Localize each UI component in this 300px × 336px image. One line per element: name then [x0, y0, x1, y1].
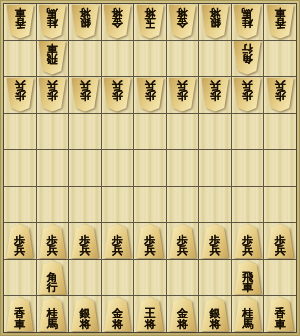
board-cell-5a[interactable]: 玉 将 — [134, 4, 166, 40]
board-cell-9b[interactable] — [4, 41, 36, 77]
board-cell-1b[interactable] — [264, 41, 296, 77]
board-cell-2g[interactable]: 歩 兵 — [232, 223, 264, 259]
board-frame: 香 車桂 馬銀 将金 将玉 将金 将銀 将桂 馬香 車飛 車角 行歩 兵歩 兵歩… — [0, 0, 300, 336]
board-cell-8i[interactable]: 桂 馬 — [37, 296, 69, 332]
piece-kanji-label: 銀 将 — [79, 5, 90, 27]
shogi-piece-P-5g[interactable]: 歩 兵 — [136, 224, 164, 258]
piece-kanji-label: 歩 兵 — [275, 236, 286, 258]
koma-shape: 銀 将 — [71, 5, 99, 39]
board-cell-2c[interactable]: 歩 兵 — [232, 77, 264, 113]
koma-shape: 桂 馬 — [38, 297, 66, 331]
shogi-piece-P-3g[interactable]: 歩 兵 — [201, 224, 229, 258]
piece-kanji-label: 銀 将 — [210, 5, 221, 27]
board-cell-1i[interactable]: 香 車 — [264, 296, 296, 332]
piece-kanji-label: 角 行 — [47, 273, 58, 295]
board-cell-4f[interactable] — [167, 187, 199, 223]
piece-kanji-label: 金 将 — [112, 309, 123, 331]
board-cell-4d[interactable] — [167, 114, 199, 150]
board-cell-2h[interactable]: 飛 車 — [232, 260, 264, 296]
board-cell-6c[interactable]: 歩 兵 — [102, 77, 134, 113]
piece-kanji-label: 王 将 — [144, 309, 155, 331]
shogi-piece-p-5c[interactable]: 歩 兵 — [136, 78, 164, 112]
koma-shape: 歩 兵 — [103, 78, 131, 112]
shogi-piece-S-7i[interactable]: 銀 将 — [71, 297, 99, 331]
koma-shape: 歩 兵 — [233, 224, 261, 258]
shogi-piece-l-1a[interactable]: 香 車 — [266, 5, 294, 39]
koma-shape: 歩 兵 — [168, 224, 196, 258]
koma-shape: 香 車 — [6, 297, 34, 331]
board-cell-7e[interactable] — [69, 150, 101, 186]
board-cell-3c[interactable]: 歩 兵 — [199, 77, 231, 113]
board-cell-1a[interactable]: 香 車 — [264, 4, 296, 40]
piece-kanji-label: 角 行 — [242, 41, 253, 63]
shogi-piece-g-6a[interactable]: 金 将 — [103, 5, 131, 39]
board-cell-7h[interactable] — [69, 260, 101, 296]
koma-shape: 桂 馬 — [233, 5, 261, 39]
shogi-piece-n-8a[interactable]: 桂 馬 — [38, 5, 66, 39]
shogi-piece-p-2c[interactable]: 歩 兵 — [233, 78, 261, 112]
board-cell-4a[interactable]: 金 将 — [167, 4, 199, 40]
shogi-piece-B-8h[interactable]: 角 行 — [38, 261, 66, 295]
shogi-piece-K-5i[interactable]: 王 将 — [136, 297, 164, 331]
piece-kanji-label: 歩 兵 — [112, 236, 123, 258]
board-cell-8a[interactable]: 桂 馬 — [37, 4, 69, 40]
koma-shape: 銀 将 — [201, 5, 229, 39]
board-cell-5f[interactable] — [134, 187, 166, 223]
koma-shape: 金 将 — [103, 5, 131, 39]
board-cell-5b[interactable] — [134, 41, 166, 77]
koma-shape: 歩 兵 — [103, 224, 131, 258]
shogi-piece-S-3i[interactable]: 銀 将 — [201, 297, 229, 331]
piece-kanji-label: 歩 兵 — [112, 78, 123, 100]
koma-shape: 金 将 — [103, 297, 131, 331]
board-cell-8g[interactable]: 歩 兵 — [37, 223, 69, 259]
board-cell-3f[interactable] — [199, 187, 231, 223]
piece-kanji-label: 香 車 — [275, 5, 286, 27]
board-cell-8e[interactable] — [37, 150, 69, 186]
koma-shape: 飛 車 — [233, 261, 261, 295]
board-cell-4c[interactable]: 歩 兵 — [167, 77, 199, 113]
piece-kanji-label: 歩 兵 — [210, 236, 221, 258]
board-cell-9h[interactable] — [4, 260, 36, 296]
shogi-piece-G-6i[interactable]: 金 将 — [103, 297, 131, 331]
board-cell-9i[interactable]: 香 車 — [4, 296, 36, 332]
shogi-piece-k-5a[interactable]: 玉 将 — [136, 5, 164, 39]
piece-kanji-label: 歩 兵 — [210, 78, 221, 100]
board-cell-9g[interactable]: 歩 兵 — [4, 223, 36, 259]
shogi-piece-s-7a[interactable]: 銀 将 — [71, 5, 99, 39]
board-cell-7g[interactable]: 歩 兵 — [69, 223, 101, 259]
shogi-piece-P-7g[interactable]: 歩 兵 — [71, 224, 99, 258]
board-cell-6h[interactable] — [102, 260, 134, 296]
board-cell-6f[interactable] — [102, 187, 134, 223]
piece-kanji-label: 歩 兵 — [79, 236, 90, 258]
board-cell-2f[interactable] — [232, 187, 264, 223]
board-cell-7b[interactable] — [69, 41, 101, 77]
piece-kanji-label: 飛 車 — [242, 273, 253, 295]
board-cell-8c[interactable]: 歩 兵 — [37, 77, 69, 113]
piece-kanji-label: 桂 馬 — [242, 5, 253, 27]
shogi-piece-P-2g[interactable]: 歩 兵 — [233, 224, 261, 258]
koma-shape: 金 将 — [168, 5, 196, 39]
koma-shape: 王 将 — [136, 297, 164, 331]
koma-shape: 桂 馬 — [233, 297, 261, 331]
shogi-piece-R-2h[interactable]: 飛 車 — [233, 261, 261, 295]
shogi-piece-P-9g[interactable]: 歩 兵 — [6, 224, 34, 258]
board-cell-5h[interactable] — [134, 260, 166, 296]
koma-shape: 金 将 — [168, 297, 196, 331]
board-cell-6g[interactable]: 歩 兵 — [102, 223, 134, 259]
shogi-piece-P-8g[interactable]: 歩 兵 — [38, 224, 66, 258]
board-cell-9a[interactable]: 香 車 — [4, 4, 36, 40]
board-cell-6b[interactable] — [102, 41, 134, 77]
board-cell-5e[interactable] — [134, 150, 166, 186]
board-cell-5i[interactable]: 王 将 — [134, 296, 166, 332]
board-cell-9e[interactable] — [4, 150, 36, 186]
board-cell-2i[interactable]: 桂 馬 — [232, 296, 264, 332]
board-cell-3a[interactable]: 銀 将 — [199, 4, 231, 40]
piece-kanji-label: 歩 兵 — [47, 236, 58, 258]
shogi-piece-p-7c[interactable]: 歩 兵 — [71, 78, 99, 112]
piece-kanji-label: 金 将 — [112, 5, 123, 27]
board-cell-4e[interactable] — [167, 150, 199, 186]
shogi-piece-L-1i[interactable]: 香 車 — [266, 297, 294, 331]
board-cell-4i[interactable]: 金 将 — [167, 296, 199, 332]
board-cell-2d[interactable] — [232, 114, 264, 150]
koma-shape: 歩 兵 — [266, 224, 294, 258]
board-cell-5d[interactable] — [134, 114, 166, 150]
shogi-piece-p-4c[interactable]: 歩 兵 — [168, 78, 196, 112]
shogi-piece-P-4g[interactable]: 歩 兵 — [168, 224, 196, 258]
shogi-piece-G-4i[interactable]: 金 将 — [168, 297, 196, 331]
koma-shape: 歩 兵 — [168, 78, 196, 112]
board-cell-6e[interactable] — [102, 150, 134, 186]
board-cell-1d[interactable] — [264, 114, 296, 150]
koma-shape: 歩 兵 — [6, 78, 34, 112]
koma-shape: 歩 兵 — [38, 224, 66, 258]
piece-kanji-label: 香 車 — [275, 309, 286, 331]
shogi-piece-N-2i[interactable]: 桂 馬 — [233, 297, 261, 331]
shogi-piece-g-4a[interactable]: 金 将 — [168, 5, 196, 39]
piece-kanji-label: 桂 馬 — [242, 309, 253, 331]
board-cell-1g[interactable]: 歩 兵 — [264, 223, 296, 259]
koma-shape: 歩 兵 — [71, 224, 99, 258]
piece-kanji-label: 歩 兵 — [145, 78, 156, 100]
piece-kanji-label: 歩 兵 — [144, 236, 155, 258]
board-cell-8d[interactable] — [37, 114, 69, 150]
koma-shape: 歩 兵 — [233, 78, 261, 112]
board-cell-6i[interactable]: 金 将 — [102, 296, 134, 332]
board-cell-5c[interactable]: 歩 兵 — [134, 77, 166, 113]
koma-shape: 歩 兵 — [201, 224, 229, 258]
board-cell-6a[interactable]: 金 将 — [102, 4, 134, 40]
board-cell-1h[interactable] — [264, 260, 296, 296]
piece-kanji-label: 桂 馬 — [47, 309, 58, 331]
koma-shape: 香 車 — [266, 5, 294, 39]
shogi-piece-r-8b[interactable]: 飛 車 — [38, 41, 66, 75]
piece-kanji-label: 歩 兵 — [47, 78, 58, 100]
shogi-piece-p-9c[interactable]: 歩 兵 — [6, 78, 34, 112]
board-cell-9c[interactable]: 歩 兵 — [4, 77, 36, 113]
board-cell-8h[interactable]: 角 行 — [37, 260, 69, 296]
piece-kanji-label: 歩 兵 — [177, 236, 188, 258]
board-cell-9f[interactable] — [4, 187, 36, 223]
shogi-piece-n-2a[interactable]: 桂 馬 — [233, 5, 261, 39]
koma-shape: 香 車 — [266, 297, 294, 331]
board-cell-3g[interactable]: 歩 兵 — [199, 223, 231, 259]
koma-shape: 歩 兵 — [38, 78, 66, 112]
board-cell-4h[interactable] — [167, 260, 199, 296]
shogi-piece-b-2b[interactable]: 角 行 — [233, 41, 261, 75]
shogi-piece-l-9a[interactable]: 香 車 — [6, 5, 34, 39]
shogi-piece-P-1g[interactable]: 歩 兵 — [266, 224, 294, 258]
piece-kanji-label: 香 車 — [14, 5, 25, 27]
piece-kanji-label: 歩 兵 — [275, 78, 286, 100]
board-cell-2a[interactable]: 桂 馬 — [232, 4, 264, 40]
board-cell-7c[interactable]: 歩 兵 — [69, 77, 101, 113]
koma-shape: 角 行 — [233, 41, 261, 75]
piece-kanji-label: 歩 兵 — [242, 78, 253, 100]
shogi-piece-P-6g[interactable]: 歩 兵 — [103, 224, 131, 258]
koma-shape: 歩 兵 — [266, 78, 294, 112]
shogi-board: 香 車桂 馬銀 将金 将玉 将金 将銀 将桂 馬香 車飛 車角 行歩 兵歩 兵歩… — [3, 3, 297, 333]
board-cell-3e[interactable] — [199, 150, 231, 186]
board-cell-6d[interactable] — [102, 114, 134, 150]
piece-kanji-label: 歩 兵 — [14, 236, 25, 258]
board-cell-4g[interactable]: 歩 兵 — [167, 223, 199, 259]
board-cell-1e[interactable] — [264, 150, 296, 186]
board-cell-4b[interactable] — [167, 41, 199, 77]
piece-kanji-label: 香 車 — [14, 309, 25, 331]
piece-kanji-label: 銀 将 — [79, 309, 90, 331]
koma-shape: 歩 兵 — [136, 224, 164, 258]
board-cell-2b[interactable]: 角 行 — [232, 41, 264, 77]
koma-shape: 歩 兵 — [71, 78, 99, 112]
shogi-piece-p-8c[interactable]: 歩 兵 — [38, 78, 66, 112]
piece-kanji-label: 歩 兵 — [79, 78, 90, 100]
koma-shape: 飛 車 — [38, 41, 66, 75]
shogi-piece-p-6c[interactable]: 歩 兵 — [103, 78, 131, 112]
board-cell-2e[interactable] — [232, 150, 264, 186]
koma-shape: 銀 将 — [71, 297, 99, 331]
piece-kanji-label: 銀 将 — [210, 309, 221, 331]
board-cell-9d[interactable] — [4, 114, 36, 150]
piece-kanji-label: 桂 馬 — [47, 5, 58, 27]
board-cell-3i[interactable]: 銀 将 — [199, 296, 231, 332]
board-cell-3d[interactable] — [199, 114, 231, 150]
board-cell-1f[interactable] — [264, 187, 296, 223]
shogi-piece-N-8i[interactable]: 桂 馬 — [38, 297, 66, 331]
shogi-piece-s-3a[interactable]: 銀 将 — [201, 5, 229, 39]
board-cell-5g[interactable]: 歩 兵 — [134, 223, 166, 259]
koma-shape: 銀 将 — [201, 297, 229, 331]
piece-kanji-label: 歩 兵 — [242, 236, 253, 258]
shogi-piece-L-9i[interactable]: 香 車 — [6, 297, 34, 331]
koma-shape: 歩 兵 — [136, 78, 164, 112]
board-cell-7f[interactable] — [69, 187, 101, 223]
piece-kanji-label: 歩 兵 — [14, 78, 25, 100]
board-cell-8b[interactable]: 飛 車 — [37, 41, 69, 77]
koma-shape: 歩 兵 — [201, 78, 229, 112]
piece-kanji-label: 玉 将 — [145, 5, 156, 27]
koma-shape: 桂 馬 — [38, 5, 66, 39]
board-cell-7i[interactable]: 銀 将 — [69, 296, 101, 332]
piece-kanji-label: 飛 車 — [47, 41, 58, 63]
board-cell-3h[interactable] — [199, 260, 231, 296]
piece-kanji-label: 金 将 — [177, 309, 188, 331]
koma-shape: 玉 将 — [136, 5, 164, 39]
board-cell-7d[interactable] — [69, 114, 101, 150]
piece-kanji-label: 歩 兵 — [177, 78, 188, 100]
board-cell-1c[interactable]: 歩 兵 — [264, 77, 296, 113]
board-cell-7a[interactable]: 銀 将 — [69, 4, 101, 40]
shogi-piece-p-1c[interactable]: 歩 兵 — [266, 78, 294, 112]
koma-shape: 歩 兵 — [6, 224, 34, 258]
board-cell-8f[interactable] — [37, 187, 69, 223]
koma-shape: 香 車 — [6, 5, 34, 39]
board-cell-3b[interactable] — [199, 41, 231, 77]
shogi-piece-p-3c[interactable]: 歩 兵 — [201, 78, 229, 112]
piece-kanji-label: 金 将 — [177, 5, 188, 27]
koma-shape: 角 行 — [38, 261, 66, 295]
